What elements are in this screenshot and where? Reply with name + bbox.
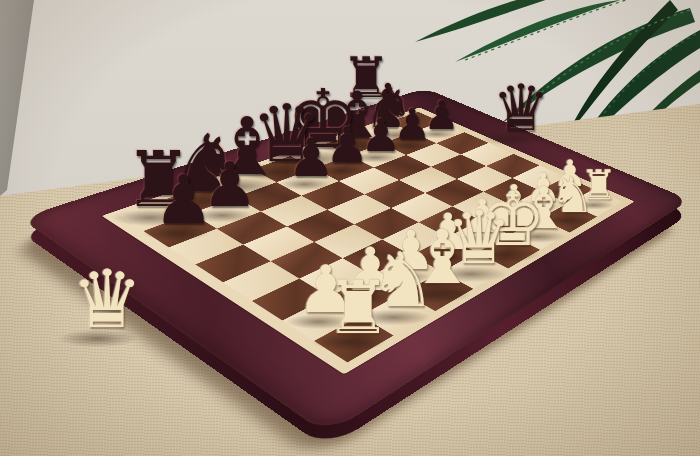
- piece-white-rook-a1[interactable]: ♜: [325, 270, 391, 344]
- scene: ♜♞♝♛♚♝♞♟♟♟♟♟♟♟♟♟♟♟♟♟♟♟♜♞♝♛♚♝♞♜♛♜♟♛: [0, 0, 700, 456]
- piece-black-pawn-d7[interactable]: ♟: [287, 133, 334, 186]
- piece-white-queen[interactable]: ♛: [71, 260, 143, 340]
- piece-black-pawn-a7[interactable]: ♟: [153, 167, 213, 234]
- piece-black-queen[interactable]: ♛: [492, 76, 549, 140]
